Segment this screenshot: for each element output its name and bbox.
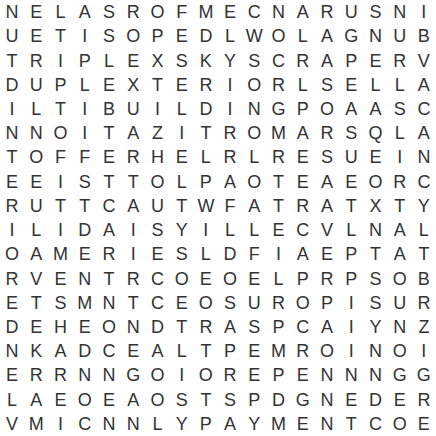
- letter-cell[interactable]: E: [218, 0, 242, 24]
- letter-cell[interactable]: C: [145, 291, 169, 315]
- letter-cell[interactable]: S: [363, 0, 387, 24]
- letter-cell[interactable]: S: [170, 388, 194, 412]
- letter-cell[interactable]: I: [388, 145, 412, 169]
- letter-cell[interactable]: R: [48, 363, 72, 387]
- letter-cell[interactable]: I: [48, 412, 72, 436]
- letter-cell[interactable]: E: [121, 48, 145, 72]
- letter-cell[interactable]: W: [194, 194, 218, 218]
- letter-cell[interactable]: T: [145, 73, 169, 97]
- letter-cell[interactable]: A: [145, 339, 169, 363]
- letter-cell[interactable]: T: [363, 242, 387, 266]
- letter-cell[interactable]: L: [388, 73, 412, 97]
- letter-cell[interactable]: E: [24, 24, 48, 48]
- letter-cell[interactable]: F: [170, 0, 194, 24]
- letter-cell[interactable]: D: [194, 97, 218, 121]
- letter-cell[interactable]: I: [339, 339, 363, 363]
- letter-cell[interactable]: R: [412, 388, 436, 412]
- letter-cell[interactable]: T: [266, 170, 290, 194]
- letter-cell[interactable]: L: [48, 0, 72, 24]
- letter-cell[interactable]: P: [242, 388, 266, 412]
- letter-cell[interactable]: R: [266, 145, 290, 169]
- letter-cell[interactable]: A: [291, 242, 315, 266]
- letter-cell[interactable]: C: [97, 339, 121, 363]
- letter-cell[interactable]: N: [0, 121, 24, 145]
- letter-cell[interactable]: E: [48, 388, 72, 412]
- letter-cell[interactable]: T: [48, 194, 72, 218]
- letter-cell[interactable]: A: [339, 97, 363, 121]
- letter-cell[interactable]: S: [315, 73, 339, 97]
- letter-cell[interactable]: E: [24, 0, 48, 24]
- letter-cell[interactable]: O: [73, 388, 97, 412]
- letter-cell[interactable]: A: [48, 339, 72, 363]
- letter-cell[interactable]: L: [266, 266, 290, 290]
- letter-cell[interactable]: R: [24, 48, 48, 72]
- letter-cell[interactable]: S: [363, 266, 387, 290]
- letter-cell[interactable]: E: [291, 412, 315, 436]
- letter-cell[interactable]: N: [0, 339, 24, 363]
- letter-cell[interactable]: E: [24, 315, 48, 339]
- letter-cell[interactable]: X: [121, 73, 145, 97]
- letter-cell[interactable]: L: [194, 242, 218, 266]
- letter-cell[interactable]: M: [48, 242, 72, 266]
- letter-cell[interactable]: O: [170, 266, 194, 290]
- letter-cell[interactable]: V: [412, 48, 436, 72]
- letter-cell[interactable]: I: [48, 218, 72, 242]
- letter-cell[interactable]: L: [145, 412, 169, 436]
- letter-cell[interactable]: E: [291, 170, 315, 194]
- letter-cell[interactable]: U: [242, 291, 266, 315]
- letter-cell[interactable]: L: [170, 339, 194, 363]
- letter-cell[interactable]: T: [97, 121, 121, 145]
- letter-cell[interactable]: N: [315, 363, 339, 387]
- letter-cell[interactable]: W: [242, 24, 266, 48]
- letter-cell[interactable]: G: [266, 97, 290, 121]
- letter-cell[interactable]: N: [363, 339, 387, 363]
- letter-cell[interactable]: I: [73, 121, 97, 145]
- letter-cell[interactable]: D: [73, 339, 97, 363]
- letter-cell[interactable]: N: [315, 412, 339, 436]
- letter-cell[interactable]: T: [24, 291, 48, 315]
- letter-cell[interactable]: A: [218, 315, 242, 339]
- letter-cell[interactable]: R: [388, 48, 412, 72]
- letter-cell[interactable]: A: [315, 24, 339, 48]
- letter-cell[interactable]: F: [242, 242, 266, 266]
- letter-cell[interactable]: A: [121, 194, 145, 218]
- letter-cell[interactable]: T: [48, 24, 72, 48]
- letter-cell[interactable]: I: [145, 97, 169, 121]
- letter-cell[interactable]: E: [73, 242, 97, 266]
- letter-cell[interactable]: R: [0, 194, 24, 218]
- letter-cell[interactable]: P: [291, 266, 315, 290]
- letter-cell[interactable]: D: [0, 315, 24, 339]
- letter-cell[interactable]: E: [170, 73, 194, 97]
- letter-cell[interactable]: V: [0, 412, 24, 436]
- letter-cell[interactable]: E: [170, 291, 194, 315]
- letter-cell[interactable]: O: [145, 363, 169, 387]
- letter-cell[interactable]: E: [97, 388, 121, 412]
- letter-cell[interactable]: T: [170, 194, 194, 218]
- letter-cell[interactable]: L: [170, 97, 194, 121]
- letter-cell[interactable]: A: [388, 242, 412, 266]
- letter-cell[interactable]: T: [194, 339, 218, 363]
- letter-cell[interactable]: E: [242, 339, 266, 363]
- letter-cell[interactable]: N: [363, 363, 387, 387]
- letter-cell[interactable]: I: [121, 218, 145, 242]
- letter-cell[interactable]: M: [194, 0, 218, 24]
- letter-cell[interactable]: S: [73, 170, 97, 194]
- letter-cell[interactable]: A: [291, 0, 315, 24]
- letter-cell[interactable]: E: [266, 218, 290, 242]
- letter-cell[interactable]: E: [412, 412, 436, 436]
- letter-cell[interactable]: I: [412, 339, 436, 363]
- letter-cell[interactable]: V: [315, 218, 339, 242]
- letter-cell[interactable]: I: [121, 242, 145, 266]
- letter-cell[interactable]: T: [339, 412, 363, 436]
- letter-cell[interactable]: I: [218, 97, 242, 121]
- letter-cell[interactable]: A: [412, 73, 436, 97]
- letter-cell[interactable]: E: [363, 145, 387, 169]
- letter-cell[interactable]: N: [24, 121, 48, 145]
- letter-cell[interactable]: I: [48, 170, 72, 194]
- letter-cell[interactable]: T: [0, 145, 24, 169]
- letter-cell[interactable]: R: [291, 194, 315, 218]
- letter-cell[interactable]: I: [339, 315, 363, 339]
- letter-cell[interactable]: I: [412, 0, 436, 24]
- letter-cell[interactable]: C: [97, 194, 121, 218]
- letter-cell[interactable]: A: [315, 48, 339, 72]
- letter-cell[interactable]: K: [24, 339, 48, 363]
- letter-cell[interactable]: O: [242, 170, 266, 194]
- letter-cell[interactable]: T: [97, 170, 121, 194]
- letter-cell[interactable]: E: [291, 363, 315, 387]
- letter-cell[interactable]: R: [315, 266, 339, 290]
- letter-cell[interactable]: S: [339, 121, 363, 145]
- letter-cell[interactable]: A: [363, 97, 387, 121]
- letter-cell[interactable]: L: [412, 218, 436, 242]
- letter-cell[interactable]: E: [242, 266, 266, 290]
- letter-cell[interactable]: N: [315, 388, 339, 412]
- letter-cell[interactable]: D: [194, 24, 218, 48]
- letter-cell[interactable]: T: [388, 194, 412, 218]
- letter-cell[interactable]: E: [24, 170, 48, 194]
- letter-cell[interactable]: R: [266, 73, 290, 97]
- letter-cell[interactable]: N: [73, 363, 97, 387]
- letter-cell[interactable]: A: [24, 242, 48, 266]
- letter-cell[interactable]: G: [291, 388, 315, 412]
- letter-cell[interactable]: O: [121, 24, 145, 48]
- letter-cell[interactable]: N: [339, 363, 363, 387]
- letter-cell[interactable]: U: [388, 24, 412, 48]
- letter-cell[interactable]: P: [145, 24, 169, 48]
- letter-cell[interactable]: R: [0, 266, 24, 290]
- letter-cell[interactable]: E: [194, 266, 218, 290]
- letter-cell[interactable]: U: [339, 0, 363, 24]
- letter-cell[interactable]: L: [291, 24, 315, 48]
- letter-cell[interactable]: C: [73, 412, 97, 436]
- letter-cell[interactable]: L: [170, 170, 194, 194]
- letter-cell[interactable]: K: [194, 48, 218, 72]
- letter-cell[interactable]: I: [0, 97, 24, 121]
- letter-cell[interactable]: Z: [412, 315, 436, 339]
- letter-cell[interactable]: G: [412, 363, 436, 387]
- letter-cell[interactable]: R: [218, 363, 242, 387]
- letter-cell[interactable]: N: [388, 0, 412, 24]
- letter-cell[interactable]: U: [121, 97, 145, 121]
- letter-cell[interactable]: O: [97, 315, 121, 339]
- letter-cell[interactable]: Y: [170, 412, 194, 436]
- letter-cell[interactable]: L: [218, 218, 242, 242]
- letter-cell[interactable]: R: [218, 145, 242, 169]
- letter-cell[interactable]: R: [412, 291, 436, 315]
- letter-cell[interactable]: F: [48, 145, 72, 169]
- letter-cell[interactable]: P: [218, 339, 242, 363]
- letter-cell[interactable]: O: [266, 24, 290, 48]
- letter-cell[interactable]: O: [242, 121, 266, 145]
- letter-cell[interactable]: S: [170, 48, 194, 72]
- letter-cell[interactable]: E: [339, 170, 363, 194]
- letter-cell[interactable]: P: [315, 291, 339, 315]
- letter-cell[interactable]: O: [388, 266, 412, 290]
- letter-cell[interactable]: E: [363, 48, 387, 72]
- letter-cell[interactable]: I: [339, 291, 363, 315]
- letter-cell[interactable]: E: [339, 73, 363, 97]
- letter-cell[interactable]: O: [48, 121, 72, 145]
- letter-cell[interactable]: N: [363, 218, 387, 242]
- letter-cell[interactable]: A: [218, 170, 242, 194]
- letter-cell[interactable]: R: [315, 121, 339, 145]
- letter-cell[interactable]: B: [97, 97, 121, 121]
- letter-cell[interactable]: S: [170, 242, 194, 266]
- letter-cell[interactable]: N: [97, 363, 121, 387]
- letter-cell[interactable]: P: [48, 73, 72, 97]
- letter-cell[interactable]: O: [145, 0, 169, 24]
- letter-cell[interactable]: Q: [363, 121, 387, 145]
- letter-cell[interactable]: S: [145, 218, 169, 242]
- letter-cell[interactable]: P: [339, 242, 363, 266]
- letter-cell[interactable]: A: [218, 412, 242, 436]
- letter-cell[interactable]: O: [145, 388, 169, 412]
- letter-cell[interactable]: A: [97, 218, 121, 242]
- letter-cell[interactable]: I: [266, 242, 290, 266]
- letter-cell[interactable]: A: [315, 194, 339, 218]
- letter-cell[interactable]: O: [315, 339, 339, 363]
- letter-cell[interactable]: R: [194, 315, 218, 339]
- letter-cell[interactable]: Y: [412, 194, 436, 218]
- letter-cell[interactable]: T: [194, 388, 218, 412]
- letter-cell[interactable]: L: [24, 218, 48, 242]
- letter-cell[interactable]: P: [339, 266, 363, 290]
- letter-cell[interactable]: N: [388, 315, 412, 339]
- letter-cell[interactable]: I: [0, 218, 24, 242]
- letter-cell[interactable]: S: [315, 145, 339, 169]
- letter-cell[interactable]: T: [194, 121, 218, 145]
- letter-cell[interactable]: E: [0, 170, 24, 194]
- letter-cell[interactable]: O: [194, 363, 218, 387]
- letter-cell[interactable]: U: [24, 73, 48, 97]
- letter-cell[interactable]: E: [170, 24, 194, 48]
- letter-cell[interactable]: A: [315, 170, 339, 194]
- letter-cell[interactable]: L: [24, 97, 48, 121]
- letter-cell[interactable]: O: [363, 170, 387, 194]
- letter-cell[interactable]: O: [315, 97, 339, 121]
- letter-cell[interactable]: O: [388, 339, 412, 363]
- letter-cell[interactable]: C: [363, 412, 387, 436]
- letter-cell[interactable]: C: [266, 48, 290, 72]
- letter-cell[interactable]: N: [121, 412, 145, 436]
- letter-cell[interactable]: E: [339, 388, 363, 412]
- letter-cell[interactable]: R: [121, 0, 145, 24]
- letter-cell[interactable]: R: [24, 363, 48, 387]
- letter-cell[interactable]: C: [412, 97, 436, 121]
- letter-cell[interactable]: R: [291, 339, 315, 363]
- letter-cell[interactable]: S: [218, 291, 242, 315]
- letter-cell[interactable]: H: [145, 145, 169, 169]
- letter-cell[interactable]: R: [194, 73, 218, 97]
- letter-cell[interactable]: R: [266, 291, 290, 315]
- letter-cell[interactable]: G: [339, 24, 363, 48]
- letter-cell[interactable]: N: [266, 0, 290, 24]
- letter-cell[interactable]: T: [0, 48, 24, 72]
- letter-cell[interactable]: G: [121, 363, 145, 387]
- letter-cell[interactable]: M: [266, 339, 290, 363]
- letter-cell[interactable]: L: [0, 388, 24, 412]
- letter-cell[interactable]: E: [0, 363, 24, 387]
- letter-cell[interactable]: E: [48, 266, 72, 290]
- letter-cell[interactable]: C: [291, 218, 315, 242]
- letter-cell[interactable]: E: [121, 339, 145, 363]
- letter-cell[interactable]: X: [145, 48, 169, 72]
- letter-cell[interactable]: G: [388, 363, 412, 387]
- letter-cell[interactable]: E: [170, 145, 194, 169]
- letter-cell[interactable]: S: [97, 0, 121, 24]
- letter-cell[interactable]: N: [0, 0, 24, 24]
- letter-cell[interactable]: Z: [145, 121, 169, 145]
- letter-cell[interactable]: N: [412, 145, 436, 169]
- letter-cell[interactable]: Y: [218, 48, 242, 72]
- letter-cell[interactable]: E: [97, 73, 121, 97]
- letter-cell[interactable]: A: [388, 218, 412, 242]
- letter-cell[interactable]: T: [412, 242, 436, 266]
- letter-cell[interactable]: T: [170, 315, 194, 339]
- letter-cell[interactable]: H: [48, 315, 72, 339]
- letter-cell[interactable]: S: [363, 291, 387, 315]
- letter-cell[interactable]: S: [242, 315, 266, 339]
- letter-cell[interactable]: S: [48, 291, 72, 315]
- letter-cell[interactable]: I: [194, 218, 218, 242]
- letter-cell[interactable]: P: [194, 412, 218, 436]
- letter-cell[interactable]: P: [266, 315, 290, 339]
- letter-cell[interactable]: D: [266, 388, 290, 412]
- letter-cell[interactable]: S: [242, 48, 266, 72]
- letter-cell[interactable]: M: [24, 412, 48, 436]
- letter-cell[interactable]: A: [412, 121, 436, 145]
- letter-cell[interactable]: C: [412, 170, 436, 194]
- letter-cell[interactable]: I: [73, 24, 97, 48]
- letter-cell[interactable]: A: [291, 121, 315, 145]
- letter-cell[interactable]: E: [291, 145, 315, 169]
- letter-cell[interactable]: P: [73, 48, 97, 72]
- letter-cell[interactable]: U: [388, 291, 412, 315]
- letter-cell[interactable]: L: [218, 24, 242, 48]
- letter-cell[interactable]: M: [73, 291, 97, 315]
- letter-cell[interactable]: V: [24, 266, 48, 290]
- letter-cell[interactable]: F: [218, 194, 242, 218]
- letter-cell[interactable]: T: [339, 194, 363, 218]
- letter-cell[interactable]: I: [170, 121, 194, 145]
- letter-cell[interactable]: D: [218, 242, 242, 266]
- letter-cell[interactable]: O: [291, 291, 315, 315]
- letter-cell[interactable]: O: [218, 266, 242, 290]
- letter-cell[interactable]: N: [73, 266, 97, 290]
- letter-cell[interactable]: P: [291, 97, 315, 121]
- letter-cell[interactable]: O: [194, 291, 218, 315]
- letter-cell[interactable]: D: [363, 388, 387, 412]
- letter-cell[interactable]: U: [0, 24, 24, 48]
- letter-cell[interactable]: T: [73, 194, 97, 218]
- letter-cell[interactable]: T: [121, 170, 145, 194]
- letter-cell[interactable]: Y: [363, 315, 387, 339]
- letter-cell[interactable]: L: [291, 73, 315, 97]
- letter-cell[interactable]: X: [363, 194, 387, 218]
- letter-cell[interactable]: B: [412, 266, 436, 290]
- letter-cell[interactable]: R: [291, 48, 315, 72]
- letter-cell[interactable]: D: [73, 218, 97, 242]
- letter-cell[interactable]: O: [242, 73, 266, 97]
- letter-cell[interactable]: Y: [242, 412, 266, 436]
- letter-cell[interactable]: T: [48, 97, 72, 121]
- letter-cell[interactable]: O: [0, 242, 24, 266]
- letter-cell[interactable]: R: [121, 145, 145, 169]
- letter-cell[interactable]: E: [388, 388, 412, 412]
- letter-cell[interactable]: A: [315, 315, 339, 339]
- letter-cell[interactable]: B: [412, 24, 436, 48]
- letter-cell[interactable]: L: [388, 121, 412, 145]
- letter-cell[interactable]: N: [121, 315, 145, 339]
- letter-cell[interactable]: A: [73, 0, 97, 24]
- letter-cell[interactable]: T: [121, 291, 145, 315]
- letter-cell[interactable]: L: [339, 218, 363, 242]
- letter-cell[interactable]: E: [0, 291, 24, 315]
- letter-cell[interactable]: D: [145, 315, 169, 339]
- letter-cell[interactable]: P: [194, 170, 218, 194]
- letter-cell[interactable]: P: [266, 363, 290, 387]
- letter-cell[interactable]: O: [145, 170, 169, 194]
- letter-cell[interactable]: E: [97, 145, 121, 169]
- letter-cell[interactable]: U: [339, 145, 363, 169]
- letter-cell[interactable]: E: [315, 242, 339, 266]
- letter-cell[interactable]: E: [73, 315, 97, 339]
- letter-cell[interactable]: C: [291, 315, 315, 339]
- letter-cell[interactable]: O: [388, 412, 412, 436]
- letter-cell[interactable]: E: [242, 363, 266, 387]
- letter-cell[interactable]: S: [388, 97, 412, 121]
- letter-cell[interactable]: L: [242, 218, 266, 242]
- letter-cell[interactable]: S: [97, 24, 121, 48]
- letter-cell[interactable]: A: [242, 194, 266, 218]
- letter-cell[interactable]: T: [97, 266, 121, 290]
- letter-cell[interactable]: T: [266, 194, 290, 218]
- letter-cell[interactable]: I: [48, 48, 72, 72]
- letter-cell[interactable]: N: [242, 97, 266, 121]
- letter-cell[interactable]: E: [145, 242, 169, 266]
- letter-cell[interactable]: M: [266, 412, 290, 436]
- letter-cell[interactable]: S: [218, 388, 242, 412]
- letter-cell[interactable]: N: [97, 291, 121, 315]
- letter-cell[interactable]: L: [97, 48, 121, 72]
- letter-cell[interactable]: P: [339, 48, 363, 72]
- letter-cell[interactable]: L: [363, 73, 387, 97]
- letter-cell[interactable]: M: [266, 121, 290, 145]
